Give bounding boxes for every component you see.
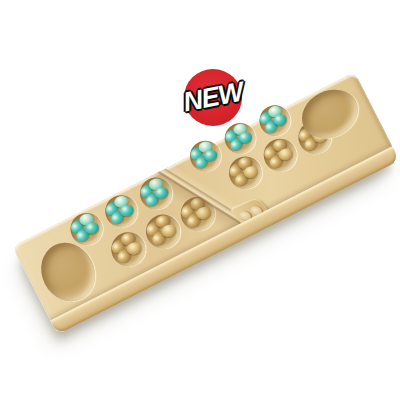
new-badge-label: NEW <box>181 77 246 119</box>
new-badge: NEW <box>184 69 242 126</box>
pit-far-4[interactable] <box>184 135 225 176</box>
